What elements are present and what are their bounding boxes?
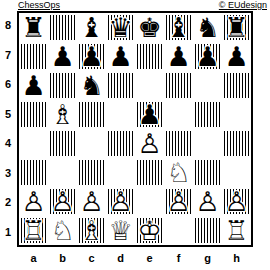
black-bishop-piece: ♝ bbox=[164, 13, 193, 42]
square-g7[interactable]: ♟♟ bbox=[193, 42, 222, 71]
square-c7[interactable]: ♟♟ bbox=[77, 42, 106, 71]
square-f2[interactable]: ♟♙ bbox=[164, 187, 193, 216]
rank-label-3: 3 bbox=[0, 159, 16, 189]
black-knight-piece: ♞ bbox=[193, 13, 222, 42]
black-pawn-piece: ♟ bbox=[48, 42, 77, 71]
square-e2[interactable] bbox=[135, 187, 164, 216]
square-g3[interactable] bbox=[193, 158, 222, 187]
rank-label-2: 2 bbox=[0, 188, 16, 218]
square-g8[interactable]: ♞♞ bbox=[193, 13, 222, 42]
black-pawn-piece: ♟ bbox=[193, 42, 222, 71]
black-pawn-piece: ♟ bbox=[135, 100, 164, 129]
square-f8[interactable]: ♝♝ bbox=[164, 13, 193, 42]
square-a3[interactable] bbox=[19, 158, 48, 187]
white-knight-piece: ♘ bbox=[164, 158, 193, 187]
square-c5[interactable] bbox=[77, 100, 106, 129]
file-labels: abcdefgh bbox=[19, 250, 251, 266]
square-c1[interactable]: ♝♗ bbox=[77, 216, 106, 245]
square-b5[interactable]: ♝♗ bbox=[48, 100, 77, 129]
square-e8[interactable]: ♚♚ bbox=[135, 13, 164, 42]
file-label-a: a bbox=[19, 250, 48, 266]
square-e6[interactable] bbox=[135, 71, 164, 100]
square-d8[interactable]: ♛♛ bbox=[106, 13, 135, 42]
white-pawn-piece: ♙ bbox=[164, 187, 193, 216]
square-d5[interactable] bbox=[106, 100, 135, 129]
white-pawn-piece: ♙ bbox=[222, 187, 251, 216]
file-label-c: c bbox=[77, 250, 106, 266]
square-b7[interactable]: ♟♟ bbox=[48, 42, 77, 71]
square-e4[interactable]: ♟♙ bbox=[135, 129, 164, 158]
black-bishop-piece: ♝ bbox=[77, 13, 106, 42]
white-pawn-piece: ♙ bbox=[106, 187, 135, 216]
rank-label-5: 5 bbox=[0, 100, 16, 130]
square-b4[interactable] bbox=[48, 129, 77, 158]
rank-label-6: 6 bbox=[0, 70, 16, 100]
rank-label-4: 4 bbox=[0, 129, 16, 159]
square-d2[interactable]: ♟♙ bbox=[106, 187, 135, 216]
white-pawn-piece: ♙ bbox=[19, 187, 48, 216]
black-rook-piece: ♜ bbox=[222, 13, 251, 42]
square-e1[interactable]: ♚♔ bbox=[135, 216, 164, 245]
square-a7[interactable] bbox=[19, 42, 48, 71]
file-label-e: e bbox=[135, 250, 164, 266]
square-h4[interactable] bbox=[222, 129, 251, 158]
rank-labels: 87654321 bbox=[0, 11, 16, 247]
rank-label-1: 1 bbox=[0, 218, 16, 248]
square-c8[interactable]: ♝♝ bbox=[77, 13, 106, 42]
white-rook-piece: ♖ bbox=[222, 216, 251, 245]
white-rook-piece: ♖ bbox=[19, 216, 48, 245]
black-pawn-piece: ♟ bbox=[106, 42, 135, 71]
square-a4[interactable] bbox=[19, 129, 48, 158]
chess-board: ♜♜♝♝♛♛♚♚♝♝♞♞♜♜♟♟♟♟♟♟♟♟♟♟♟♟♟♟♞♞♝♗♟♟♟♙♞♘♟♙… bbox=[17, 11, 253, 247]
white-pawn-piece: ♙ bbox=[48, 187, 77, 216]
square-g5[interactable] bbox=[193, 100, 222, 129]
square-f6[interactable] bbox=[164, 71, 193, 100]
file-label-f: f bbox=[164, 250, 193, 266]
white-bishop-piece: ♗ bbox=[48, 100, 77, 129]
square-c4[interactable] bbox=[77, 129, 106, 158]
square-e7[interactable] bbox=[135, 42, 164, 71]
square-a1[interactable]: ♜♖ bbox=[19, 216, 48, 245]
black-pawn-piece: ♟ bbox=[164, 42, 193, 71]
square-b6[interactable] bbox=[48, 71, 77, 100]
square-d7[interactable]: ♟♟ bbox=[106, 42, 135, 71]
square-b1[interactable]: ♞♘ bbox=[48, 216, 77, 245]
white-pawn-piece: ♙ bbox=[77, 187, 106, 216]
black-rook-piece: ♜ bbox=[19, 13, 48, 42]
square-e5[interactable]: ♟♟ bbox=[135, 100, 164, 129]
square-f3[interactable]: ♞♘ bbox=[164, 158, 193, 187]
file-label-d: d bbox=[106, 250, 135, 266]
rank-label-8: 8 bbox=[0, 11, 16, 41]
black-pawn-piece: ♟ bbox=[222, 42, 251, 71]
square-d1[interactable]: ♛♕ bbox=[106, 216, 135, 245]
square-f5[interactable] bbox=[164, 100, 193, 129]
file-label-g: g bbox=[193, 250, 222, 266]
square-a5[interactable] bbox=[19, 100, 48, 129]
square-b2[interactable]: ♟♙ bbox=[48, 187, 77, 216]
black-knight-piece: ♞ bbox=[77, 71, 106, 100]
white-pawn-piece: ♙ bbox=[135, 129, 164, 158]
square-c3[interactable] bbox=[77, 158, 106, 187]
square-d6[interactable] bbox=[106, 71, 135, 100]
square-g4[interactable] bbox=[193, 129, 222, 158]
black-king-piece: ♚ bbox=[135, 13, 164, 42]
file-label-b: b bbox=[48, 250, 77, 266]
square-f1[interactable] bbox=[164, 216, 193, 245]
square-d4[interactable] bbox=[106, 129, 135, 158]
square-g2[interactable]: ♟♙ bbox=[193, 187, 222, 216]
black-queen-piece: ♛ bbox=[106, 13, 135, 42]
square-b8[interactable] bbox=[48, 13, 77, 42]
white-knight-piece: ♘ bbox=[48, 216, 77, 245]
square-h7[interactable]: ♟♟ bbox=[222, 42, 251, 71]
square-f4[interactable] bbox=[164, 129, 193, 158]
square-h6[interactable] bbox=[222, 71, 251, 100]
eudesign-credit-link[interactable]: © EUdesign bbox=[219, 0, 267, 10]
square-d3[interactable] bbox=[106, 158, 135, 187]
black-pawn-piece: ♟ bbox=[19, 71, 48, 100]
square-g6[interactable] bbox=[193, 71, 222, 100]
square-h5[interactable] bbox=[222, 100, 251, 129]
black-pawn-piece: ♟ bbox=[77, 42, 106, 71]
file-label-h: h bbox=[222, 250, 251, 266]
white-bishop-piece: ♗ bbox=[77, 216, 106, 245]
square-a6[interactable]: ♟♟ bbox=[19, 71, 48, 100]
white-king-piece: ♔ bbox=[135, 216, 164, 245]
white-pawn-piece: ♙ bbox=[193, 187, 222, 216]
chessops-title-link[interactable]: ChessOps bbox=[18, 0, 60, 10]
white-queen-piece: ♕ bbox=[106, 216, 135, 245]
square-c6[interactable]: ♞♞ bbox=[77, 71, 106, 100]
square-h2[interactable]: ♟♙ bbox=[222, 187, 251, 216]
square-e3[interactable] bbox=[135, 158, 164, 187]
square-h8[interactable]: ♜♜ bbox=[222, 13, 251, 42]
square-a2[interactable]: ♟♙ bbox=[19, 187, 48, 216]
square-g1[interactable] bbox=[193, 216, 222, 245]
square-f7[interactable]: ♟♟ bbox=[164, 42, 193, 71]
rank-label-7: 7 bbox=[0, 41, 16, 71]
chessops-diagram-page: ChessOps © EUdesign 87654321 ♜♜♝♝♛♛♚♚♝♝♞… bbox=[0, 0, 270, 270]
square-b3[interactable] bbox=[48, 158, 77, 187]
square-h3[interactable] bbox=[222, 158, 251, 187]
square-h1[interactable]: ♜♖ bbox=[222, 216, 251, 245]
square-a8[interactable]: ♜♜ bbox=[19, 13, 48, 42]
square-c2[interactable]: ♟♙ bbox=[77, 187, 106, 216]
